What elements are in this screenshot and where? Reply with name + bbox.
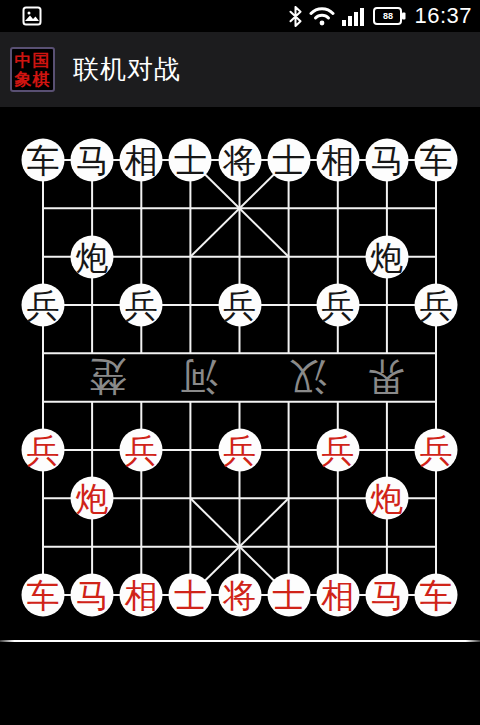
piece-black-soldier[interactable]: 兵 [218,283,261,326]
piece-black-knight[interactable]: 马 [365,139,408,182]
piece-black-advisor[interactable]: 士 [169,139,212,182]
piece-red-knight[interactable]: 马 [71,573,114,616]
piece-red-elephant[interactable]: 相 [120,573,163,616]
piece-black-advisor[interactable]: 士 [267,139,310,182]
piece-black-general[interactable]: 将 [218,139,261,182]
app-screen: 88 16:37 中国 象棋 联机对战 [0,0,480,725]
piece-black-elephant[interactable]: 相 [316,139,359,182]
piece-black-soldier[interactable]: 兵 [22,283,65,326]
signal-icon [342,7,366,26]
board-bottom-divider [0,640,480,642]
piece-black-elephant[interactable]: 相 [120,139,163,182]
piece-red-soldier[interactable]: 兵 [218,428,261,471]
piece-red-soldier[interactable]: 兵 [316,428,359,471]
piece-red-soldier[interactable]: 兵 [22,428,65,471]
piece-red-soldier[interactable]: 兵 [120,428,163,471]
river-char: 楚 [89,358,127,396]
river-char: 河 [180,358,218,396]
app-icon: 中国 象棋 [10,47,55,92]
clock: 16:37 [414,3,474,29]
app-icon-text-line2: 象棋 [15,70,51,89]
app-icon-text-line1: 中国 [15,51,51,70]
piece-black-soldier[interactable]: 兵 [316,283,359,326]
river-char: 汉 [289,358,327,396]
piece-red-cannon[interactable]: 炮 [71,477,114,520]
piece-black-soldier[interactable]: 兵 [415,283,458,326]
piece-red-advisor[interactable]: 士 [169,573,212,616]
page-title: 联机对战 [73,52,181,87]
board-grid-lines [0,107,480,725]
piece-red-cannon[interactable]: 炮 [365,477,408,520]
piece-red-elephant[interactable]: 相 [316,573,359,616]
piece-red-knight[interactable]: 马 [365,573,408,616]
piece-black-knight[interactable]: 马 [71,139,114,182]
piece-black-rook[interactable]: 车 [22,139,65,182]
piece-red-soldier[interactable]: 兵 [415,428,458,471]
piece-black-cannon[interactable]: 炮 [365,235,408,278]
river-char: 界 [367,358,405,396]
piece-black-cannon[interactable]: 炮 [71,235,114,278]
status-bar: 88 16:37 [0,0,480,32]
piece-red-advisor[interactable]: 士 [267,573,310,616]
xiangqi-board[interactable]: 楚河汉界 车马相士将士相马车炮炮兵兵兵兵兵兵兵兵兵兵炮炮车马相士将士相马车 [0,107,480,725]
piece-black-rook[interactable]: 车 [415,139,458,182]
wifi-icon [309,6,335,26]
piece-red-general[interactable]: 将 [218,573,261,616]
bluetooth-icon [289,6,302,27]
battery-percent: 88 [373,8,402,24]
battery-icon: 88 [373,7,407,25]
app-bar: 中国 象棋 联机对战 [0,32,480,107]
piece-black-soldier[interactable]: 兵 [120,283,163,326]
piece-red-rook[interactable]: 车 [415,573,458,616]
picture-notification-icon [22,6,42,26]
piece-red-rook[interactable]: 车 [22,573,65,616]
